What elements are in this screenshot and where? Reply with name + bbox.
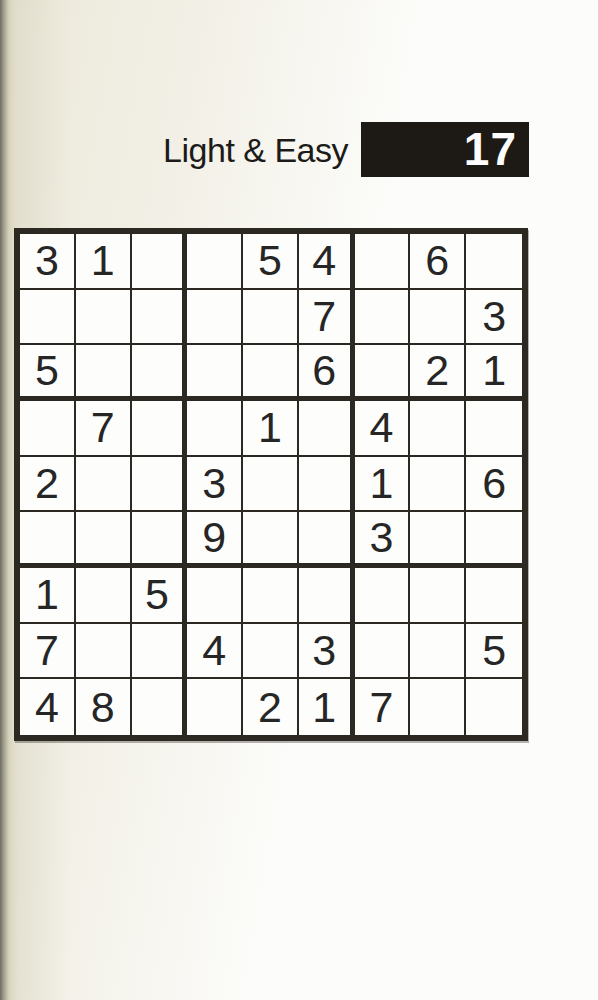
sudoku-cell-r9c6: 1 <box>299 679 355 735</box>
sudoku-cell-r6c4: 9 <box>187 512 243 568</box>
sudoku-cell-r7c9[interactable] <box>466 568 522 624</box>
sudoku-cell-r1c6: 4 <box>299 234 355 290</box>
sudoku-cell-r7c4[interactable] <box>187 568 243 624</box>
sudoku-cell-r7c5[interactable] <box>243 568 299 624</box>
sudoku-cell-r9c7: 7 <box>355 679 411 735</box>
sudoku-cell-r7c6[interactable] <box>299 568 355 624</box>
sudoku-cell-r7c3: 5 <box>132 568 188 624</box>
sudoku-cell-r4c3[interactable] <box>132 401 188 457</box>
sudoku-cell-r7c2[interactable] <box>76 568 132 624</box>
sudoku-board: 3154673562171423169315743548217 <box>14 228 528 741</box>
sudoku-cell-r3c3[interactable] <box>132 345 188 401</box>
sudoku-cell-r2c5[interactable] <box>243 290 299 346</box>
book-page: Light & Easy 17 315467356217142316931574… <box>0 0 598 1000</box>
sudoku-cell-r4c5: 1 <box>243 401 299 457</box>
sudoku-cell-r7c8[interactable] <box>410 568 466 624</box>
sudoku-cell-r6c7: 3 <box>355 512 411 568</box>
sudoku-cell-r2c2[interactable] <box>76 290 132 346</box>
sudoku-cell-r3c6: 6 <box>299 345 355 401</box>
sudoku-cell-r4c9[interactable] <box>466 401 522 457</box>
sudoku-cell-r2c7[interactable] <box>355 290 411 346</box>
sudoku-cell-r8c4: 4 <box>187 624 243 680</box>
sudoku-cell-r5c4: 3 <box>187 457 243 513</box>
sudoku-cell-r3c2[interactable] <box>76 345 132 401</box>
sudoku-cell-r6c9[interactable] <box>466 512 522 568</box>
sudoku-cell-r1c1: 3 <box>20 234 76 290</box>
sudoku-cell-r4c6[interactable] <box>299 401 355 457</box>
puzzle-number-badge: 17 <box>361 122 529 177</box>
sudoku-cell-r4c2: 7 <box>76 401 132 457</box>
sudoku-cell-r6c2[interactable] <box>76 512 132 568</box>
sudoku-cell-r3c1: 5 <box>20 345 76 401</box>
sudoku-cell-r9c8[interactable] <box>410 679 466 735</box>
sudoku-cell-r5c3[interactable] <box>132 457 188 513</box>
sudoku-cell-r5c8[interactable] <box>410 457 466 513</box>
sudoku-cell-r5c7: 1 <box>355 457 411 513</box>
sudoku-cell-r5c6[interactable] <box>299 457 355 513</box>
sudoku-cell-r1c9[interactable] <box>466 234 522 290</box>
sudoku-cell-r4c4[interactable] <box>187 401 243 457</box>
sudoku-cell-r1c5: 5 <box>243 234 299 290</box>
sudoku-cell-r1c3[interactable] <box>132 234 188 290</box>
sudoku-cell-r6c8[interactable] <box>410 512 466 568</box>
sudoku-cell-r9c3[interactable] <box>132 679 188 735</box>
sudoku-cell-r2c8[interactable] <box>410 290 466 346</box>
sudoku-cell-r2c3[interactable] <box>132 290 188 346</box>
sudoku-cell-r8c9: 5 <box>466 624 522 680</box>
sudoku-cell-r6c3[interactable] <box>132 512 188 568</box>
sudoku-cell-r2c1[interactable] <box>20 290 76 346</box>
sudoku-cell-r1c7[interactable] <box>355 234 411 290</box>
sudoku-cell-r3c7[interactable] <box>355 345 411 401</box>
sudoku-cell-r8c1: 7 <box>20 624 76 680</box>
sudoku-cell-r4c1[interactable] <box>20 401 76 457</box>
sudoku-cell-r1c4[interactable] <box>187 234 243 290</box>
puzzle-difficulty-label: Light & Easy <box>163 128 348 172</box>
sudoku-cell-r2c6: 7 <box>299 290 355 346</box>
sudoku-cell-r2c4[interactable] <box>187 290 243 346</box>
sudoku-cell-r3c5[interactable] <box>243 345 299 401</box>
puzzle-number: 17 <box>464 122 529 177</box>
sudoku-cell-r7c1: 1 <box>20 568 76 624</box>
sudoku-cell-r7c7[interactable] <box>355 568 411 624</box>
sudoku-cell-r5c9: 6 <box>466 457 522 513</box>
sudoku-cell-r4c8[interactable] <box>410 401 466 457</box>
sudoku-cell-r8c6: 3 <box>299 624 355 680</box>
sudoku-cell-r8c5[interactable] <box>243 624 299 680</box>
sudoku-cell-r5c1: 2 <box>20 457 76 513</box>
sudoku-cell-r2c9: 3 <box>466 290 522 346</box>
sudoku-cell-r3c9: 1 <box>466 345 522 401</box>
sudoku-cell-r8c2[interactable] <box>76 624 132 680</box>
sudoku-cell-r9c2: 8 <box>76 679 132 735</box>
sudoku-cell-r8c7[interactable] <box>355 624 411 680</box>
sudoku-cell-r6c1[interactable] <box>20 512 76 568</box>
sudoku-cell-r9c1: 4 <box>20 679 76 735</box>
sudoku-cell-r8c3[interactable] <box>132 624 188 680</box>
sudoku-cell-r5c2[interactable] <box>76 457 132 513</box>
sudoku-cell-r1c2: 1 <box>76 234 132 290</box>
sudoku-cell-r6c6[interactable] <box>299 512 355 568</box>
sudoku-cell-r8c8[interactable] <box>410 624 466 680</box>
sudoku-cell-r1c8: 6 <box>410 234 466 290</box>
sudoku-cell-r3c4[interactable] <box>187 345 243 401</box>
sudoku-cell-r9c9[interactable] <box>466 679 522 735</box>
sudoku-cell-r6c5[interactable] <box>243 512 299 568</box>
sudoku-cell-r9c5: 2 <box>243 679 299 735</box>
sudoku-cell-r3c8: 2 <box>410 345 466 401</box>
sudoku-cell-r9c4[interactable] <box>187 679 243 735</box>
sudoku-cell-r4c7: 4 <box>355 401 411 457</box>
sudoku-cell-r5c5[interactable] <box>243 457 299 513</box>
